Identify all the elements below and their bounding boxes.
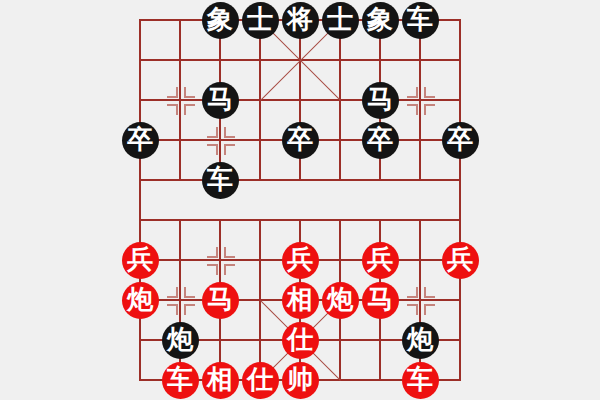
piece-black-advisor[interactable]: 士	[322, 2, 359, 39]
piece-grid: 象士将士象车马马卒卒卒卒车兵兵兵兵炮马相炮马炮仕炮车相仕帅车	[120, 0, 480, 400]
piece-black-soldier[interactable]: 卒	[442, 122, 479, 159]
piece-red-soldier[interactable]: 兵	[362, 242, 399, 279]
piece-red-elephant[interactable]: 相	[282, 282, 319, 319]
piece-red-horse[interactable]: 马	[362, 282, 399, 319]
piece-black-cannon[interactable]: 炮	[402, 322, 439, 359]
piece-black-chariot[interactable]: 车	[202, 162, 239, 199]
piece-red-advisor[interactable]: 仕	[282, 322, 319, 359]
piece-black-cannon[interactable]: 炮	[162, 322, 199, 359]
piece-red-king[interactable]: 帅	[282, 362, 319, 399]
piece-red-cannon[interactable]: 炮	[322, 282, 359, 319]
piece-red-chariot[interactable]: 车	[162, 362, 199, 399]
piece-red-advisor[interactable]: 仕	[242, 362, 279, 399]
piece-red-horse[interactable]: 马	[202, 282, 239, 319]
piece-red-soldier[interactable]: 兵	[122, 242, 159, 279]
piece-black-soldier[interactable]: 卒	[362, 122, 399, 159]
piece-black-horse[interactable]: 马	[202, 82, 239, 119]
piece-black-horse[interactable]: 马	[362, 82, 399, 119]
piece-black-king[interactable]: 将	[282, 2, 319, 39]
piece-black-advisor[interactable]: 士	[242, 2, 279, 39]
piece-black-soldier[interactable]: 卒	[122, 122, 159, 159]
piece-black-chariot[interactable]: 车	[402, 2, 439, 39]
piece-black-elephant[interactable]: 象	[362, 2, 399, 39]
piece-red-soldier[interactable]: 兵	[442, 242, 479, 279]
piece-red-elephant[interactable]: 相	[202, 362, 239, 399]
piece-red-soldier[interactable]: 兵	[282, 242, 319, 279]
xiangqi-board[interactable]: 象士将士象车马马卒卒卒卒车兵兵兵兵炮马相炮马炮仕炮车相仕帅车	[140, 20, 460, 380]
piece-red-cannon[interactable]: 炮	[122, 282, 159, 319]
piece-black-soldier[interactable]: 卒	[282, 122, 319, 159]
piece-red-chariot[interactable]: 车	[402, 362, 439, 399]
xiangqi-app-window: 象士将士象车马马卒卒卒卒车兵兵兵兵炮马相炮马炮仕炮车相仕帅车	[0, 0, 600, 400]
piece-black-elephant[interactable]: 象	[202, 2, 239, 39]
